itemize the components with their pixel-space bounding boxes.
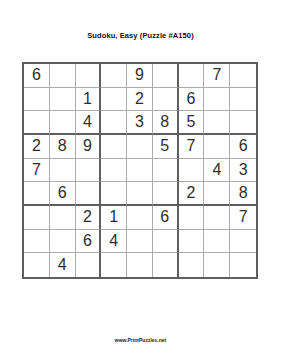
cell-r9c8 (204, 253, 230, 277)
cell-r3c1 (24, 111, 50, 135)
cell-r6c3 (76, 182, 102, 206)
cell-r3c8 (204, 111, 230, 135)
cell-r7c7 (179, 206, 205, 230)
cell-r2c6 (153, 88, 179, 112)
cell-r6c8 (204, 182, 230, 206)
cell-r6c9: 8 (230, 182, 256, 206)
cell-r9c2: 4 (50, 253, 76, 277)
cell-r6c4 (101, 182, 127, 206)
cell-r1c8: 7 (204, 64, 230, 88)
cell-r2c2 (50, 88, 76, 112)
cell-r3c7: 5 (179, 111, 205, 135)
cell-r5c4 (101, 159, 127, 183)
cell-r5c6 (153, 159, 179, 183)
cell-r2c9 (230, 88, 256, 112)
cell-r7c1 (24, 206, 50, 230)
cell-r7c4: 1 (101, 206, 127, 230)
cell-r9c6 (153, 253, 179, 277)
cell-r8c4: 4 (101, 230, 127, 254)
cell-r9c3 (76, 253, 102, 277)
cell-r2c4 (101, 88, 127, 112)
cell-r5c3 (76, 159, 102, 183)
cell-r1c5: 9 (127, 64, 153, 88)
cell-r3c6: 8 (153, 111, 179, 135)
cell-r1c4 (101, 64, 127, 88)
cell-r7c3: 2 (76, 206, 102, 230)
cell-r7c6: 6 (153, 206, 179, 230)
cell-r6c6 (153, 182, 179, 206)
cell-r3c2 (50, 111, 76, 135)
sudoku-board: 69712643852895767436282167644 (22, 62, 258, 279)
cell-r2c8 (204, 88, 230, 112)
cell-r1c2 (50, 64, 76, 88)
cell-r5c1: 7 (24, 159, 50, 183)
cell-r4c4 (101, 135, 127, 159)
cell-r9c5 (127, 253, 153, 277)
cell-r1c9 (230, 64, 256, 88)
page-title: Sudoku, Easy (Puzzle #A150) (0, 31, 281, 40)
cell-r5c9: 3 (230, 159, 256, 183)
cell-r2c5: 2 (127, 88, 153, 112)
cell-r6c1 (24, 182, 50, 206)
cell-r6c5 (127, 182, 153, 206)
cell-r9c1 (24, 253, 50, 277)
cell-r5c8: 4 (204, 159, 230, 183)
cell-r2c1 (24, 88, 50, 112)
cell-r8c6 (153, 230, 179, 254)
cell-r9c9 (230, 253, 256, 277)
cell-r7c9: 7 (230, 206, 256, 230)
cell-r4c1: 2 (24, 135, 50, 159)
cell-r8c1 (24, 230, 50, 254)
cell-r4c5 (127, 135, 153, 159)
cell-r6c7: 2 (179, 182, 205, 206)
cell-r8c3: 6 (76, 230, 102, 254)
cell-r9c4 (101, 253, 127, 277)
cell-r1c1: 6 (24, 64, 50, 88)
cell-r4c8 (204, 135, 230, 159)
cell-r8c7 (179, 230, 205, 254)
footer-url: www.PrintPuzzles.net (0, 337, 281, 343)
cell-r8c5 (127, 230, 153, 254)
cell-r5c5 (127, 159, 153, 183)
cell-r9c7 (179, 253, 205, 277)
cell-r8c8 (204, 230, 230, 254)
cell-r2c7: 6 (179, 88, 205, 112)
cell-r3c4 (101, 111, 127, 135)
cell-r4c9: 6 (230, 135, 256, 159)
cell-r7c8 (204, 206, 230, 230)
cell-r8c2 (50, 230, 76, 254)
puzzle-page: Sudoku, Easy (Puzzle #A150) 697126438528… (0, 0, 281, 363)
cell-r1c7 (179, 64, 205, 88)
cell-r5c2 (50, 159, 76, 183)
cell-r1c6 (153, 64, 179, 88)
cell-r4c7: 7 (179, 135, 205, 159)
cell-r4c6: 5 (153, 135, 179, 159)
cell-r7c5 (127, 206, 153, 230)
cell-r3c5: 3 (127, 111, 153, 135)
cell-r5c7 (179, 159, 205, 183)
cell-r8c9 (230, 230, 256, 254)
cell-r3c9 (230, 111, 256, 135)
cell-r3c3: 4 (76, 111, 102, 135)
cell-r6c2: 6 (50, 182, 76, 206)
cell-r1c3 (76, 64, 102, 88)
cell-r7c2 (50, 206, 76, 230)
cell-r4c2: 8 (50, 135, 76, 159)
cell-r2c3: 1 (76, 88, 102, 112)
cell-r4c3: 9 (76, 135, 102, 159)
